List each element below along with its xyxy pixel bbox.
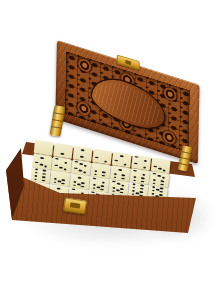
pip xyxy=(81,182,84,184)
pip xyxy=(63,169,66,171)
pip xyxy=(79,163,82,165)
pip xyxy=(131,193,134,195)
pip xyxy=(132,190,135,192)
domino-box-photo xyxy=(0,0,223,300)
pip xyxy=(74,167,77,169)
pip xyxy=(152,182,155,184)
pip xyxy=(123,164,126,166)
pip xyxy=(134,162,137,164)
pip xyxy=(94,170,97,172)
pip xyxy=(72,188,75,190)
pip xyxy=(112,190,115,192)
pip xyxy=(43,170,46,172)
pip xyxy=(77,183,80,185)
pip xyxy=(53,178,56,180)
pip xyxy=(73,184,76,186)
pip xyxy=(59,166,62,168)
pip xyxy=(115,159,118,161)
pip xyxy=(92,191,95,193)
pip xyxy=(162,177,165,179)
pip xyxy=(157,175,160,177)
pip xyxy=(122,174,125,176)
pip xyxy=(102,171,105,173)
pip xyxy=(93,184,96,186)
pip xyxy=(83,165,86,167)
pip xyxy=(141,177,144,179)
pip xyxy=(44,166,47,168)
pip xyxy=(80,156,83,158)
pip xyxy=(83,172,86,174)
pip xyxy=(62,182,65,184)
pip xyxy=(118,169,121,171)
pip xyxy=(39,163,42,165)
pip xyxy=(104,161,107,163)
pip xyxy=(102,175,105,177)
pip xyxy=(81,149,84,151)
pip xyxy=(122,178,125,180)
pip xyxy=(159,194,162,196)
pip xyxy=(101,188,104,190)
pip xyxy=(141,185,144,187)
pip xyxy=(116,189,119,191)
lattice-rosette xyxy=(77,100,92,117)
pip xyxy=(120,191,123,193)
medallion-grain xyxy=(94,75,162,131)
pip xyxy=(158,168,161,170)
pip xyxy=(55,158,58,160)
pip xyxy=(143,167,146,169)
pip xyxy=(141,181,144,183)
pip xyxy=(113,180,116,182)
pip xyxy=(95,156,98,158)
pip xyxy=(113,176,116,178)
pip xyxy=(160,188,163,190)
pip xyxy=(79,169,82,171)
pip xyxy=(117,183,120,185)
pip xyxy=(153,173,156,175)
lattice-rosette xyxy=(77,57,92,74)
pip xyxy=(151,193,154,195)
pip xyxy=(97,186,100,188)
pip xyxy=(134,170,137,172)
pip xyxy=(144,160,147,162)
pip xyxy=(42,176,45,178)
pip xyxy=(55,164,58,166)
pip xyxy=(34,178,37,180)
pip xyxy=(53,181,56,183)
pip xyxy=(57,187,60,189)
pip xyxy=(40,157,43,159)
pip xyxy=(112,187,115,189)
pip xyxy=(135,156,138,158)
pip xyxy=(156,189,159,191)
pip xyxy=(133,179,136,181)
lattice-rosette xyxy=(163,86,178,103)
pip xyxy=(140,191,143,193)
pip xyxy=(93,177,96,179)
pip xyxy=(35,161,38,163)
pip xyxy=(73,181,76,183)
pip xyxy=(152,186,155,188)
pip xyxy=(161,184,164,186)
pip xyxy=(154,165,157,167)
pip xyxy=(114,173,117,175)
pip xyxy=(133,176,136,178)
pip xyxy=(42,179,45,181)
pip xyxy=(153,179,156,181)
pip xyxy=(81,185,84,187)
pip xyxy=(62,179,65,181)
pip xyxy=(94,173,97,175)
pip xyxy=(142,174,145,176)
pip xyxy=(161,180,164,182)
pip xyxy=(121,185,124,187)
pip xyxy=(92,187,95,189)
pip xyxy=(75,161,78,163)
pip xyxy=(78,177,81,179)
pip xyxy=(101,185,104,187)
pip xyxy=(162,170,165,172)
pip xyxy=(61,153,64,155)
pip xyxy=(120,188,123,190)
pip xyxy=(35,168,38,170)
pip xyxy=(132,183,135,185)
pip xyxy=(34,175,37,177)
lattice-rosette xyxy=(162,129,177,146)
pip xyxy=(136,192,139,194)
pip xyxy=(120,155,123,157)
pip xyxy=(58,180,61,182)
